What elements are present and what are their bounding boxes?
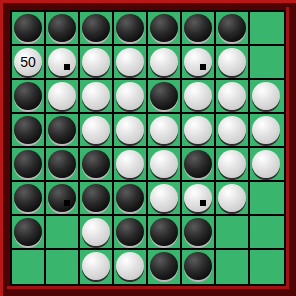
white-disc [218, 82, 246, 110]
star-point-dot [200, 64, 206, 70]
white-disc [218, 150, 246, 178]
white-disc [82, 82, 110, 110]
white-disc [82, 218, 110, 246]
black-disc [184, 14, 212, 42]
star-point-dot [64, 64, 70, 70]
white-disc [184, 184, 212, 212]
cell-d6[interactable] [114, 182, 148, 216]
cell-e7[interactable] [148, 216, 182, 250]
cell-b5[interactable] [46, 148, 80, 182]
black-disc [184, 150, 212, 178]
cell-a2[interactable]: 50 [12, 46, 46, 80]
cell-e4[interactable] [148, 114, 182, 148]
white-disc [48, 82, 76, 110]
cell-f1[interactable] [182, 12, 216, 46]
black-disc [82, 14, 110, 42]
cell-h5[interactable] [250, 148, 284, 182]
cell-c3[interactable] [80, 80, 114, 114]
cell-a5[interactable] [12, 148, 46, 182]
cell-e8[interactable] [148, 250, 182, 284]
cell-g4[interactable] [216, 114, 250, 148]
cell-h4[interactable] [250, 114, 284, 148]
black-disc [14, 14, 42, 42]
othello-window: 50 [0, 0, 296, 296]
cell-f3[interactable] [182, 80, 216, 114]
cell-b4[interactable] [46, 114, 80, 148]
black-disc [150, 14, 178, 42]
white-disc [150, 48, 178, 76]
cell-b8[interactable] [46, 250, 80, 284]
black-disc [150, 252, 178, 280]
cell-f6[interactable] [182, 182, 216, 216]
white-disc [184, 48, 212, 76]
black-disc [150, 82, 178, 110]
cell-c5[interactable] [80, 148, 114, 182]
cell-f4[interactable] [182, 114, 216, 148]
white-disc [252, 82, 280, 110]
white-disc [116, 82, 144, 110]
cell-h3[interactable] [250, 80, 284, 114]
cell-e6[interactable] [148, 182, 182, 216]
cell-a1[interactable] [12, 12, 46, 46]
cell-d7[interactable] [114, 216, 148, 250]
cell-g2[interactable] [216, 46, 250, 80]
cell-e5[interactable] [148, 148, 182, 182]
cell-b1[interactable] [46, 12, 80, 46]
white-disc [116, 150, 144, 178]
black-disc [150, 218, 178, 246]
cell-a4[interactable] [12, 114, 46, 148]
cell-b2[interactable] [46, 46, 80, 80]
white-disc [184, 82, 212, 110]
black-disc [82, 184, 110, 212]
star-point-dot [200, 200, 206, 206]
cell-f2[interactable] [182, 46, 216, 80]
cell-d3[interactable] [114, 80, 148, 114]
cell-c2[interactable] [80, 46, 114, 80]
black-disc [116, 218, 144, 246]
cell-c1[interactable] [80, 12, 114, 46]
black-disc [218, 14, 246, 42]
cell-e3[interactable] [148, 80, 182, 114]
cell-f8[interactable] [182, 250, 216, 284]
cell-d1[interactable] [114, 12, 148, 46]
black-disc [48, 116, 76, 144]
white-disc [218, 48, 246, 76]
white-disc [252, 116, 280, 144]
cell-c4[interactable] [80, 114, 114, 148]
cell-d2[interactable] [114, 46, 148, 80]
white-disc [82, 48, 110, 76]
cell-e1[interactable] [148, 12, 182, 46]
white-disc [150, 184, 178, 212]
cell-c6[interactable] [80, 182, 114, 216]
black-disc [82, 150, 110, 178]
cell-h6[interactable] [250, 182, 284, 216]
black-disc [184, 218, 212, 246]
black-disc [14, 82, 42, 110]
white-disc [116, 116, 144, 144]
cell-g7[interactable] [216, 216, 250, 250]
cell-f5[interactable] [182, 148, 216, 182]
star-point-dot [64, 200, 70, 206]
cell-g6[interactable] [216, 182, 250, 216]
black-disc [116, 14, 144, 42]
cell-d8[interactable] [114, 250, 148, 284]
white-disc: 50 [14, 48, 42, 76]
cell-a3[interactable] [12, 80, 46, 114]
cell-g3[interactable] [216, 80, 250, 114]
cell-h8[interactable] [250, 250, 284, 284]
white-disc [150, 150, 178, 178]
black-disc [48, 150, 76, 178]
black-disc [14, 218, 42, 246]
cell-e2[interactable] [148, 46, 182, 80]
white-disc [82, 252, 110, 280]
cell-h7[interactable] [250, 216, 284, 250]
white-disc [116, 252, 144, 280]
cell-g5[interactable] [216, 148, 250, 182]
white-disc [116, 48, 144, 76]
cell-g8[interactable] [216, 250, 250, 284]
black-disc [14, 184, 42, 212]
white-disc [218, 116, 246, 144]
cell-c7[interactable] [80, 216, 114, 250]
black-disc [14, 116, 42, 144]
white-disc [252, 150, 280, 178]
cell-b7[interactable] [46, 216, 80, 250]
black-disc [184, 252, 212, 280]
cell-a6[interactable] [12, 182, 46, 216]
white-disc [184, 116, 212, 144]
move-number-label: 50 [14, 48, 42, 76]
white-disc [48, 48, 76, 76]
cell-f7[interactable] [182, 216, 216, 250]
cell-g1[interactable] [216, 12, 250, 46]
white-disc [218, 184, 246, 212]
cell-h1[interactable] [250, 12, 284, 46]
cell-b6[interactable] [46, 182, 80, 216]
black-disc [14, 150, 42, 178]
black-disc [116, 184, 144, 212]
cell-a8[interactable] [12, 250, 46, 284]
cell-b3[interactable] [46, 80, 80, 114]
cell-c8[interactable] [80, 250, 114, 284]
board: 50 [12, 12, 284, 284]
black-disc [48, 14, 76, 42]
cell-d4[interactable] [114, 114, 148, 148]
white-disc [82, 116, 110, 144]
black-disc [48, 184, 76, 212]
white-disc [150, 116, 178, 144]
cell-h2[interactable] [250, 46, 284, 80]
cell-a7[interactable] [12, 216, 46, 250]
cell-d5[interactable] [114, 148, 148, 182]
